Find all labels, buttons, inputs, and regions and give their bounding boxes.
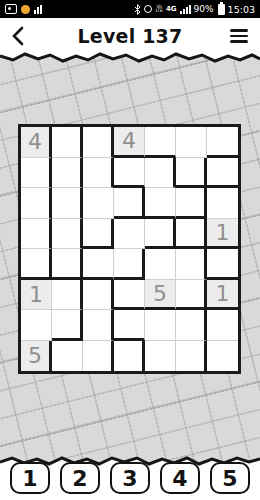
cell-r4c5[interactable] (176, 249, 207, 280)
cell-r7c2[interactable] (83, 341, 114, 372)
number-button-3[interactable]: 3 (110, 462, 150, 494)
cell-r5c3[interactable] (114, 280, 145, 311)
number-button-1[interactable]: 1 (10, 462, 50, 494)
battery-percent: 90% (194, 4, 214, 14)
alarm-icon (144, 5, 152, 13)
cell-r2c6[interactable] (207, 188, 238, 219)
system-status-icons: Vo LTE 4G 90% 15:03 (134, 4, 255, 15)
cell-r3c4[interactable] (145, 219, 176, 250)
cell-r5c6: 1 (207, 280, 238, 311)
cell-r1c6[interactable] (207, 158, 238, 189)
cell-r7c4[interactable] (145, 341, 176, 372)
cell-r2c0[interactable] (21, 188, 52, 219)
signal-bars-icon (180, 5, 191, 14)
battery-icon (218, 4, 225, 15)
app-screen: Vo LTE 4G 90% 15:03 Level 137 4411515 (0, 0, 260, 500)
number-button-row: 1 2 3 4 5 (0, 462, 260, 494)
cell-r3c5[interactable] (176, 219, 207, 250)
cell-r4c0[interactable] (21, 249, 52, 280)
cell-r5c2[interactable] (83, 280, 114, 311)
hamburger-menu-icon (230, 29, 248, 32)
menu-button[interactable] (230, 29, 248, 46)
cell-r6c6[interactable] (207, 310, 238, 341)
cell-r4c2[interactable] (83, 249, 114, 280)
cell-r7c3[interactable] (114, 341, 145, 372)
header-bar: Level 137 (0, 18, 260, 54)
cell-r0c1[interactable] (52, 127, 83, 158)
board-grid: 4411515 (18, 124, 241, 374)
cell-r6c0[interactable] (21, 310, 52, 341)
cell-r6c3[interactable] (114, 310, 145, 341)
cell-r6c2[interactable] (83, 310, 114, 341)
cell-r4c1[interactable] (52, 249, 83, 280)
cell-r6c4[interactable] (145, 310, 176, 341)
cell-r1c1[interactable] (52, 158, 83, 189)
chart-icon (34, 5, 42, 14)
cell-r0c6[interactable] (207, 127, 238, 158)
cell-r4c4[interactable] (145, 249, 176, 280)
cell-r1c5[interactable] (176, 158, 207, 189)
bluetooth-icon (134, 4, 141, 15)
cell-r2c3[interactable] (114, 188, 145, 219)
cell-r2c2[interactable] (83, 188, 114, 219)
cell-r1c4[interactable] (145, 158, 176, 189)
torn-paper-edge-top (0, 50, 260, 64)
cell-r2c1[interactable] (52, 188, 83, 219)
cell-r7c5[interactable] (176, 341, 207, 372)
cell-r4c6[interactable] (207, 249, 238, 280)
cell-r1c2[interactable] (83, 158, 114, 189)
cell-r7c0: 5 (21, 341, 52, 372)
number-button-2[interactable]: 2 (60, 462, 100, 494)
cell-r0c4[interactable] (145, 127, 176, 158)
cell-r5c5[interactable] (176, 280, 207, 311)
cell-r0c3: 4 (114, 127, 145, 158)
cell-r5c1[interactable] (52, 280, 83, 311)
cell-r2c5[interactable] (176, 188, 207, 219)
cell-r0c5[interactable] (176, 127, 207, 158)
cell-r3c0[interactable] (21, 219, 52, 250)
volte-icon: Vo LTE (155, 5, 162, 13)
dnd-circle-icon (21, 5, 30, 14)
gallery-icon (5, 4, 17, 14)
clock-time: 15:03 (228, 4, 255, 15)
cell-r5c4: 5 (145, 280, 176, 311)
notification-icons (5, 4, 42, 14)
page-title: Level 137 (0, 25, 260, 47)
cell-r3c6: 1 (207, 219, 238, 250)
cell-r7c1[interactable] (52, 341, 83, 372)
cell-r3c1[interactable] (52, 219, 83, 250)
cell-r6c1[interactable] (52, 310, 83, 341)
cell-r2c4[interactable] (145, 188, 176, 219)
cell-r0c0: 4 (21, 127, 52, 158)
number-button-5[interactable]: 5 (210, 462, 250, 494)
cell-r3c3[interactable] (114, 219, 145, 250)
cell-r7c6[interactable] (207, 341, 238, 372)
cell-r4c3[interactable] (114, 249, 145, 280)
number-button-4[interactable]: 4 (160, 462, 200, 494)
network-type-label: 4G (166, 5, 177, 13)
cell-r5c0: 1 (21, 280, 52, 311)
cell-r1c0[interactable] (21, 158, 52, 189)
cell-r6c5[interactable] (176, 310, 207, 341)
cell-r1c3[interactable] (114, 158, 145, 189)
cell-r0c2[interactable] (83, 127, 114, 158)
cell-r3c2[interactable] (83, 219, 114, 250)
status-bar: Vo LTE 4G 90% 15:03 (0, 0, 260, 18)
